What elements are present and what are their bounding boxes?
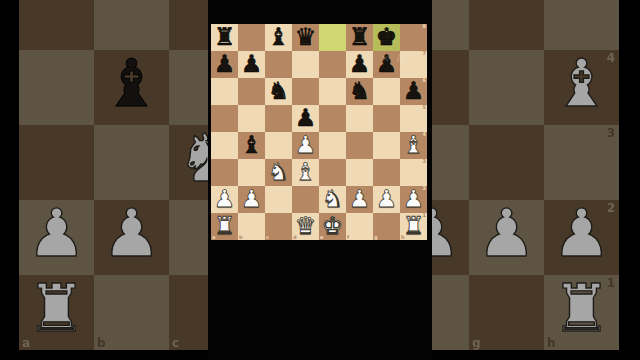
bg-piece-black-bishop: ♝	[102, 51, 161, 117]
square-c6[interactable]: ♞	[265, 78, 292, 105]
square-a3[interactable]	[211, 159, 238, 186]
piece-black-pawn[interactable]: ♟	[214, 52, 236, 76]
piece-black-bishop[interactable]: ♝	[241, 133, 263, 157]
square-c8[interactable]: ♝	[265, 24, 292, 51]
square-d8[interactable]: ♛	[292, 24, 319, 51]
piece-black-king[interactable]: ♚	[376, 25, 398, 49]
bg-square-a1: ♜a	[19, 275, 94, 350]
piece-black-queen[interactable]: ♛	[295, 25, 317, 49]
piece-white-bishop[interactable]: ♝	[295, 160, 317, 184]
rank-label-1: 1	[423, 213, 426, 218]
square-c7[interactable]	[265, 51, 292, 78]
bg-square-g5	[469, 0, 544, 50]
square-d7[interactable]	[292, 51, 319, 78]
square-b6[interactable]	[238, 78, 265, 105]
bg-rank-label-1: 1	[607, 277, 615, 289]
file-label-e: e	[320, 235, 323, 240]
square-e7[interactable]	[319, 51, 346, 78]
square-a6[interactable]	[211, 78, 238, 105]
square-d1[interactable]: ♛d	[292, 213, 319, 240]
square-e4[interactable]	[319, 132, 346, 159]
bg-square-g4	[469, 50, 544, 125]
square-h2[interactable]: ♟2	[400, 186, 427, 213]
square-b5[interactable]	[238, 105, 265, 132]
piece-white-queen[interactable]: ♛	[295, 214, 317, 238]
square-f2[interactable]: ♟	[346, 186, 373, 213]
square-h7[interactable]: 7	[400, 51, 427, 78]
file-label-a: a	[212, 235, 215, 240]
piece-black-rook[interactable]: ♜	[349, 25, 371, 49]
square-b4[interactable]: ♝	[238, 132, 265, 159]
square-a7[interactable]: ♟	[211, 51, 238, 78]
square-d2[interactable]	[292, 186, 319, 213]
square-a2[interactable]: ♟	[211, 186, 238, 213]
square-d4[interactable]: ♟	[292, 132, 319, 159]
piece-black-pawn[interactable]: ♟	[376, 52, 398, 76]
file-label-h: h	[401, 235, 405, 240]
piece-white-pawn[interactable]: ♟	[295, 133, 317, 157]
bg-square-h1: ♜1h	[544, 275, 619, 350]
bg-square-b2: ♟	[94, 200, 169, 275]
square-g5[interactable]	[373, 105, 400, 132]
square-c3[interactable]: ♞	[265, 159, 292, 186]
square-c2[interactable]	[265, 186, 292, 213]
file-label-g: g	[374, 235, 378, 240]
square-e3[interactable]	[319, 159, 346, 186]
square-a4[interactable]	[211, 132, 238, 159]
square-e5[interactable]	[319, 105, 346, 132]
bg-square-b4: ♝	[94, 50, 169, 125]
bg-square-b5	[94, 0, 169, 50]
square-h8[interactable]: 8	[400, 24, 427, 51]
square-a1[interactable]: ♜a	[211, 213, 238, 240]
square-e1[interactable]: ♚e	[319, 213, 346, 240]
bg-rank-label-4: 4	[607, 52, 615, 64]
bg-square-b1: b	[94, 275, 169, 350]
square-a8[interactable]: ♜	[211, 24, 238, 51]
piece-white-rook[interactable]: ♜	[403, 214, 425, 238]
square-g7[interactable]: ♟	[373, 51, 400, 78]
bg-file-label-g: g	[472, 337, 481, 349]
bg-piece-white-bishop: ♝	[552, 51, 611, 117]
rank-label-3: 3	[423, 159, 426, 164]
square-f4[interactable]	[346, 132, 373, 159]
video-frame: ♟5♝♟♝4♞♝3♟♟♞♟♟♟2♜abc♛d♚efg♜1h ♜♝♛♜♚8♟♟♟♟…	[0, 0, 640, 360]
bg-piece-white-pawn: ♟	[27, 201, 86, 267]
file-label-c: c	[266, 235, 269, 240]
bg-square-h3: 3	[544, 125, 619, 200]
rank-label-2: 2	[423, 186, 426, 191]
piece-white-bishop[interactable]: ♝	[403, 133, 425, 157]
rank-label-5: 5	[423, 105, 426, 110]
bg-file-label-h: h	[547, 337, 556, 349]
piece-black-pawn[interactable]: ♟	[403, 79, 425, 103]
piece-white-pawn[interactable]: ♟	[214, 187, 236, 211]
square-g8[interactable]: ♚	[373, 24, 400, 51]
square-d3[interactable]: ♝	[292, 159, 319, 186]
rank-label-7: 7	[423, 51, 426, 56]
bg-square-h5: 5	[544, 0, 619, 50]
bg-square-g2: ♟	[469, 200, 544, 275]
square-c5[interactable]	[265, 105, 292, 132]
bg-square-h2: ♟2	[544, 200, 619, 275]
square-b3[interactable]	[238, 159, 265, 186]
piece-white-pawn[interactable]: ♟	[241, 187, 263, 211]
square-f1[interactable]: f	[346, 213, 373, 240]
bg-square-g1: g	[469, 275, 544, 350]
piece-black-rook[interactable]: ♜	[214, 25, 236, 49]
piece-white-king[interactable]: ♚	[322, 214, 344, 238]
square-h1[interactable]: ♜1h	[400, 213, 427, 240]
square-c4[interactable]	[265, 132, 292, 159]
square-f8[interactable]: ♜	[346, 24, 373, 51]
bg-file-label-c: c	[172, 337, 179, 349]
rank-label-6: 6	[423, 78, 426, 83]
square-h5[interactable]: 5	[400, 105, 427, 132]
square-f3[interactable]	[346, 159, 373, 186]
square-d5[interactable]: ♟	[292, 105, 319, 132]
rank-label-8: 8	[423, 24, 426, 29]
square-g6[interactable]	[373, 78, 400, 105]
square-g1[interactable]: g	[373, 213, 400, 240]
piece-white-knight[interactable]: ♞	[268, 160, 290, 184]
rank-label-4: 4	[423, 132, 426, 137]
piece-white-knight[interactable]: ♞	[322, 187, 344, 211]
bg-square-g3	[469, 125, 544, 200]
file-label-b: b	[239, 235, 243, 240]
square-a5[interactable]	[211, 105, 238, 132]
piece-white-pawn[interactable]: ♟	[403, 187, 425, 211]
square-h4[interactable]: ♝4	[400, 132, 427, 159]
square-b2[interactable]: ♟	[238, 186, 265, 213]
square-e2[interactable]: ♞	[319, 186, 346, 213]
file-label-d: d	[293, 235, 297, 240]
piece-white-pawn[interactable]: ♟	[349, 187, 371, 211]
bg-piece-white-pawn: ♟	[102, 201, 161, 267]
piece-black-knight[interactable]: ♞	[268, 79, 290, 103]
square-g3[interactable]	[373, 159, 400, 186]
piece-black-pawn[interactable]: ♟	[349, 52, 371, 76]
bg-square-a3	[19, 125, 94, 200]
piece-black-pawn[interactable]: ♟	[241, 52, 263, 76]
piece-black-pawn[interactable]: ♟	[295, 106, 317, 130]
square-h6[interactable]: ♟6	[400, 78, 427, 105]
bg-piece-white-pawn: ♟	[477, 201, 536, 267]
square-d6[interactable]	[292, 78, 319, 105]
bg-square-a2: ♟	[19, 200, 94, 275]
square-f7[interactable]: ♟	[346, 51, 373, 78]
square-f6[interactable]: ♞	[346, 78, 373, 105]
bg-square-a4	[19, 50, 94, 125]
piece-black-knight[interactable]: ♞	[349, 79, 371, 103]
square-b1[interactable]: b	[238, 213, 265, 240]
square-g4[interactable]	[373, 132, 400, 159]
bg-square-h4: ♝4	[544, 50, 619, 125]
square-b7[interactable]: ♟	[238, 51, 265, 78]
square-h3[interactable]: 3	[400, 159, 427, 186]
bg-square-a5	[19, 0, 94, 50]
file-label-f: f	[347, 235, 349, 240]
bg-piece-white-rook: ♜	[27, 276, 86, 342]
bg-file-label-a: a	[22, 337, 30, 349]
piece-black-bishop[interactable]: ♝	[268, 25, 290, 49]
square-b8[interactable]	[238, 24, 265, 51]
square-g2[interactable]: ♟	[373, 186, 400, 213]
bg-square-b3	[94, 125, 169, 200]
bg-rank-label-2: 2	[607, 202, 615, 214]
square-f5[interactable]	[346, 105, 373, 132]
bg-piece-white-pawn: ♟	[552, 201, 611, 267]
piece-white-rook[interactable]: ♜	[214, 214, 236, 238]
bg-rank-label-3: 3	[607, 127, 615, 139]
bg-file-label-b: b	[97, 337, 106, 349]
chess-board[interactable]: ♜♝♛♜♚8♟♟♟♟7♞♞♟6♟5♝♟♝4♞♝3♟♟♞♟♟♟2♜abc♛d♚ef…	[211, 24, 427, 240]
piece-white-pawn[interactable]: ♟	[376, 187, 398, 211]
square-e6[interactable]	[319, 78, 346, 105]
bg-piece-white-rook: ♜	[552, 276, 611, 342]
square-c1[interactable]: c	[265, 213, 292, 240]
square-e8[interactable]	[319, 24, 346, 51]
